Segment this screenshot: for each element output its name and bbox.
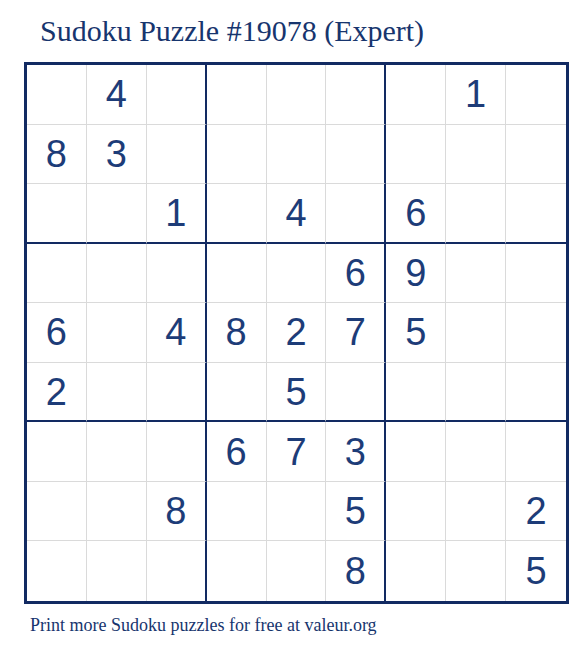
given-digit: 8 [345,552,366,590]
sudoku-cell[interactable] [506,125,566,185]
sudoku-cell[interactable] [27,65,87,125]
sudoku-cell[interactable] [207,541,267,601]
sudoku-cell[interactable] [326,184,386,244]
sudoku-cell[interactable]: 8 [27,125,87,185]
given-digit: 8 [226,313,247,351]
given-digit: 6 [345,254,366,292]
sudoku-cell[interactable] [446,422,506,482]
sudoku-cell[interactable] [326,125,386,185]
sudoku-cell[interactable] [147,422,207,482]
sudoku-cell[interactable]: 5 [386,303,446,363]
sudoku-cell[interactable] [386,541,446,601]
sudoku-cell[interactable] [207,125,267,185]
given-digit: 4 [106,75,127,113]
sudoku-cell[interactable] [446,482,506,542]
sudoku-cell[interactable]: 4 [267,184,327,244]
given-digit: 4 [165,313,186,351]
sudoku-cell[interactable] [27,244,87,304]
sudoku-cell[interactable] [27,422,87,482]
sudoku-cell[interactable] [326,65,386,125]
given-digit: 3 [345,433,366,471]
sudoku-cell[interactable]: 5 [506,541,566,601]
sudoku-cell[interactable] [87,244,147,304]
given-digit: 4 [285,194,306,232]
sudoku-cell[interactable] [267,244,327,304]
sudoku-cell[interactable]: 3 [326,422,386,482]
sudoku-cell[interactable] [386,482,446,542]
sudoku-cell[interactable] [27,184,87,244]
sudoku-cell[interactable]: 9 [386,244,446,304]
given-digit: 5 [525,552,546,590]
sudoku-cell[interactable] [27,482,87,542]
sudoku-cell[interactable] [386,125,446,185]
sudoku-cell[interactable]: 2 [27,363,87,423]
sudoku-cell[interactable]: 7 [267,422,327,482]
given-digit: 5 [345,492,366,530]
sudoku-cell[interactable] [207,184,267,244]
sudoku-cell[interactable] [267,125,327,185]
sudoku-cell[interactable] [267,65,327,125]
given-digit: 2 [525,492,546,530]
sudoku-cell[interactable]: 5 [267,363,327,423]
sudoku-cell[interactable]: 6 [207,422,267,482]
sudoku-cell[interactable]: 1 [147,184,207,244]
sudoku-cell[interactable] [506,244,566,304]
sudoku-cell[interactable] [386,422,446,482]
sudoku-cell[interactable] [506,303,566,363]
given-digit: 1 [465,75,486,113]
given-digit: 1 [165,194,186,232]
given-digit: 6 [226,433,247,471]
given-digit: 2 [285,313,306,351]
given-digit: 6 [405,194,426,232]
sudoku-cell[interactable] [446,244,506,304]
sudoku-cell[interactable]: 5 [326,482,386,542]
sudoku-cell[interactable]: 3 [87,125,147,185]
sudoku-cell[interactable] [207,244,267,304]
sudoku-board: 4183146696482752567385285 [24,62,569,604]
sudoku-cell[interactable] [87,303,147,363]
sudoku-cell[interactable]: 4 [147,303,207,363]
given-digit: 7 [345,313,366,351]
sudoku-cell[interactable]: 4 [87,65,147,125]
sudoku-cell[interactable] [87,363,147,423]
sudoku-cell[interactable] [87,482,147,542]
sudoku-cell[interactable] [326,363,386,423]
sudoku-cell[interactable] [446,363,506,423]
sudoku-cell[interactable] [267,482,327,542]
sudoku-cell[interactable]: 2 [506,482,566,542]
given-digit: 2 [46,373,67,411]
sudoku-cell[interactable] [207,482,267,542]
sudoku-cell[interactable]: 6 [27,303,87,363]
sudoku-cell[interactable] [87,541,147,601]
sudoku-cell[interactable]: 8 [207,303,267,363]
given-digit: 6 [46,313,67,351]
sudoku-cell[interactable] [446,125,506,185]
sudoku-cell[interactable]: 2 [267,303,327,363]
sudoku-cell[interactable] [446,303,506,363]
sudoku-cell[interactable] [207,65,267,125]
given-digit: 9 [405,254,426,292]
sudoku-cell[interactable] [147,244,207,304]
sudoku-cell[interactable] [446,184,506,244]
given-digit: 7 [285,433,306,471]
page-title: Sudoku Puzzle #19078 (Expert) [40,14,424,48]
sudoku-cell[interactable] [386,65,446,125]
sudoku-cell[interactable] [147,363,207,423]
sudoku-cell[interactable]: 6 [326,244,386,304]
sudoku-cell[interactable] [147,125,207,185]
sudoku-cell[interactable] [27,541,87,601]
given-digit: 5 [405,313,426,351]
given-digit: 8 [165,492,186,530]
sudoku-cell[interactable] [506,184,566,244]
sudoku-cell[interactable] [506,65,566,125]
sudoku-cell[interactable] [506,422,566,482]
sudoku-cell[interactable] [386,363,446,423]
sudoku-cell[interactable] [147,541,207,601]
footer-text: Print more Sudoku puzzles for free at va… [30,615,377,636]
sudoku-cell[interactable]: 8 [147,482,207,542]
sudoku-cell[interactable]: 1 [446,65,506,125]
sudoku-cell[interactable] [267,541,327,601]
sudoku-cell[interactable]: 7 [326,303,386,363]
sudoku-cell[interactable] [87,422,147,482]
sudoku-cell[interactable]: 8 [326,541,386,601]
sudoku-cell[interactable]: 6 [386,184,446,244]
given-digit: 8 [46,135,67,173]
given-digit: 3 [106,135,127,173]
sudoku-cell[interactable] [147,65,207,125]
given-digit: 5 [285,373,306,411]
sudoku-cell[interactable] [506,363,566,423]
sudoku-cell[interactable] [207,363,267,423]
sudoku-cell[interactable] [87,184,147,244]
sudoku-cell[interactable] [446,541,506,601]
